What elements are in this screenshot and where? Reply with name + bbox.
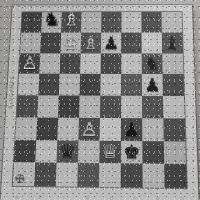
square-c8	[56, 163, 78, 187]
square-h3	[162, 53, 183, 74]
square-d6: ♙	[78, 118, 100, 141]
file-label-a: a	[15, 193, 18, 199]
square-e3	[101, 53, 122, 74]
square-g6	[142, 118, 164, 141]
square-g4: ♟	[142, 74, 163, 96]
black-piece-k-f7: ♚	[123, 142, 141, 161]
black-piece-p-g4: ♟	[144, 76, 161, 94]
square-e1	[101, 12, 121, 32]
square-e5	[100, 96, 121, 118]
white-piece-b-d2: ♗	[83, 34, 100, 51]
square-e2: ♟	[101, 32, 121, 53]
square-b2	[40, 32, 61, 53]
square-d2: ♗	[81, 32, 102, 53]
square-a6	[15, 117, 37, 140]
black-piece-p-f6: ♟	[123, 119, 140, 138]
white-piece-p-a3: ♙	[21, 54, 38, 72]
black-piece-n-g3: ♞	[144, 54, 161, 72]
square-h6	[163, 118, 185, 141]
square-h8	[164, 164, 186, 188]
square-f3	[121, 53, 142, 74]
board-brand-text: SLVGAMES	[7, 76, 15, 109]
square-b6	[36, 117, 58, 140]
square-b8	[34, 163, 56, 187]
file-label-g: g	[156, 195, 159, 200]
white-piece-q-e7: ♕	[101, 142, 119, 161]
square-g2	[142, 32, 163, 53]
board-emblem-icon: ✠	[15, 173, 25, 185]
square-a4	[18, 74, 39, 96]
chess-photo: SLVGAMES ✠ ♞♗♔♗♟♝♙♞♟♙♟♛♕♚ abcdefgh	[0, 0, 200, 200]
file-label-f: f	[134, 195, 136, 200]
square-f7: ♚	[121, 140, 143, 163]
black-piece-p-e2: ♟	[103, 34, 120, 51]
square-c3	[60, 53, 81, 74]
square-e7: ♕	[99, 140, 121, 163]
square-g1	[141, 12, 161, 32]
square-c7: ♛	[56, 140, 78, 163]
square-d7	[78, 140, 100, 163]
square-g3: ♞	[142, 53, 163, 74]
square-h1	[161, 12, 182, 32]
white-piece-k-c2: ♔	[62, 34, 79, 51]
square-g7	[142, 141, 164, 164]
square-c6	[57, 117, 79, 140]
square-b5	[37, 95, 59, 117]
square-d8	[77, 163, 99, 187]
square-a7	[14, 140, 36, 163]
square-f5	[121, 96, 142, 118]
file-label-b: b	[39, 194, 43, 200]
square-f1	[121, 12, 141, 32]
black-piece-b-h2: ♝	[164, 34, 181, 51]
file-labels: abcdefgh	[15, 193, 184, 200]
square-b4	[38, 74, 59, 96]
square-a1	[21, 12, 42, 32]
square-d1	[81, 12, 101, 32]
square-d3	[80, 53, 101, 74]
square-h2: ♝	[162, 32, 183, 53]
square-g8	[142, 164, 164, 188]
black-piece-q-c7: ♛	[59, 141, 77, 160]
square-e4	[100, 74, 121, 96]
board-scene: SLVGAMES ✠ ♞♗♔♗♟♝♙♞♟♙♟♛♕♚ abcdefgh	[0, 5, 198, 200]
square-b3	[39, 53, 60, 74]
square-f2	[121, 32, 141, 53]
square-c2: ♔	[60, 32, 81, 53]
file-label-h: h	[180, 195, 184, 200]
square-g5	[142, 96, 163, 118]
square-c5	[58, 95, 79, 117]
square-f4	[121, 74, 142, 96]
board-frame: SLVGAMES ✠ ♞♗♔♗♟♝♙♞♟♙♟♛♕♚ abcdefgh	[0, 5, 198, 200]
square-d5	[79, 96, 100, 118]
square-h7	[164, 141, 186, 164]
square-e8	[99, 163, 121, 187]
square-f6: ♟	[121, 118, 142, 141]
square-c4	[59, 74, 80, 96]
square-a2	[20, 32, 41, 53]
square-h5	[163, 96, 185, 118]
square-b7	[35, 140, 57, 163]
square-b1: ♞	[41, 12, 62, 32]
file-label-d: d	[86, 194, 89, 200]
black-piece-n-b1: ♞	[42, 10, 61, 29]
square-c1: ♗	[61, 12, 82, 32]
square-a5	[17, 95, 39, 117]
chess-board: ♞♗♔♗♟♝♙♞♟♙♟♛♕♚	[13, 12, 187, 188]
file-label-c: c	[62, 194, 65, 200]
square-f8	[121, 164, 143, 188]
square-a3: ♙	[19, 53, 40, 74]
white-piece-b-c1: ♗	[62, 9, 81, 28]
white-piece-p-d6: ♙	[80, 119, 97, 138]
square-d4	[80, 74, 101, 96]
file-label-e: e	[110, 194, 113, 200]
square-h4	[163, 74, 184, 96]
square-e6	[100, 118, 121, 141]
